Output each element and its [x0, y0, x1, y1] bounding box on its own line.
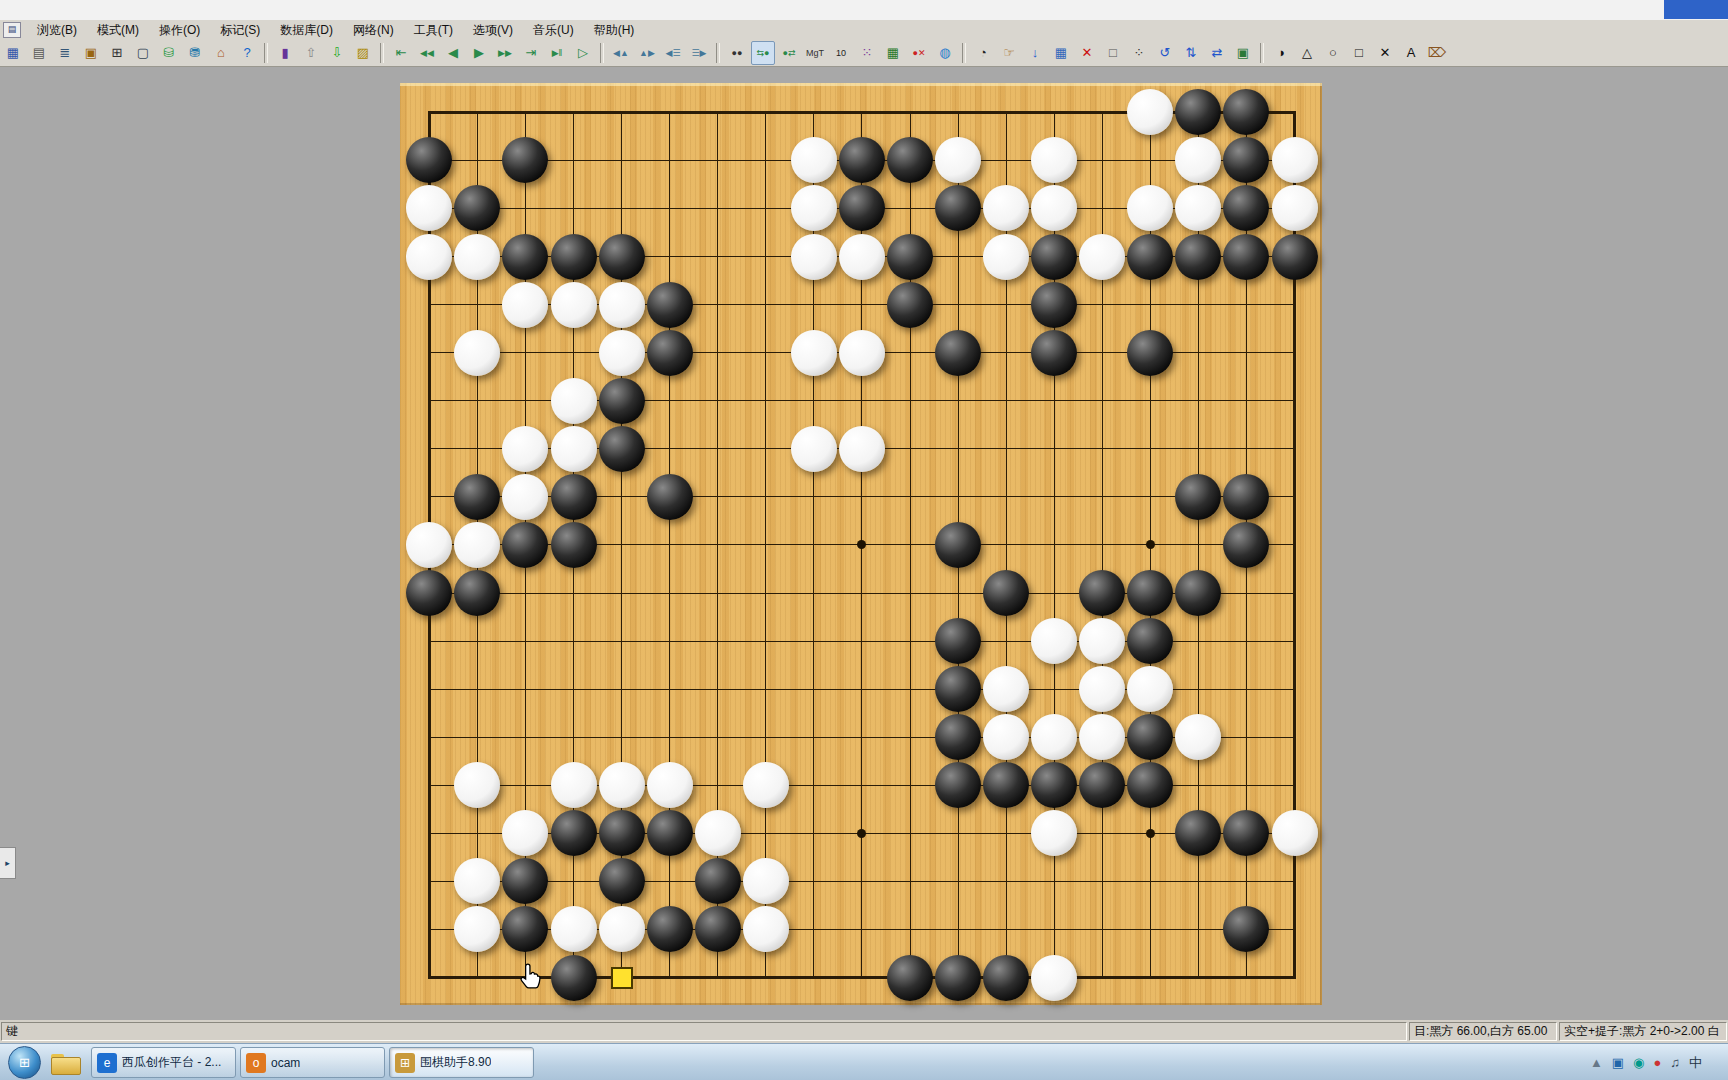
mouse-cursor [518, 962, 544, 992]
stone-black[interactable] [1175, 474, 1221, 520]
toolbar-separator [600, 43, 604, 63]
taskbar-button-0[interactable]: e西瓜创作平台 - 2... [91, 1047, 236, 1078]
last-move-button[interactable]: ⇥ [519, 41, 543, 65]
stone-black[interactable] [839, 185, 885, 231]
stone-black[interactable] [599, 234, 645, 280]
stone-black[interactable] [839, 137, 885, 183]
stone-black[interactable] [935, 762, 981, 808]
stone-black[interactable] [406, 570, 452, 616]
board-setup-button[interactable]: ▦ [881, 41, 905, 65]
stone-white[interactable] [1079, 714, 1125, 760]
menu-item-5[interactable]: 网络(N) [343, 20, 404, 41]
stone-white[interactable] [791, 185, 837, 231]
status-hint: 键 [1, 1022, 1407, 1041]
next-branch-button[interactable]: ▲▶ [635, 41, 659, 65]
stone-black[interactable] [935, 714, 981, 760]
stone-black[interactable] [551, 810, 597, 856]
stone-black[interactable] [935, 330, 981, 376]
book-button[interactable]: ▮ [273, 41, 297, 65]
stone-white[interactable] [839, 234, 885, 280]
stone-black[interactable] [1175, 234, 1221, 280]
stone-black[interactable] [502, 522, 548, 568]
stone-black[interactable] [1272, 234, 1318, 280]
stone-white[interactable] [502, 426, 548, 472]
stone-white[interactable] [1175, 714, 1221, 760]
language-chinese-icon[interactable]: 中 [1689, 1055, 1702, 1071]
prev-branch-button[interactable]: ◀▲ [609, 41, 633, 65]
image-button[interactable]: ▣ [79, 41, 103, 65]
mark-stone-button[interactable]: ◑ [1269, 41, 1293, 65]
mark-letter-button[interactable]: A [1399, 41, 1423, 65]
taskbar: ⊞ e西瓜创作平台 - 2...oocam⊞围棋助手8.90 ▲▣◉●♫中 [0, 1043, 1728, 1080]
menu-item-1[interactable]: 模式(M) [87, 20, 149, 41]
mark-cross-button[interactable]: ✕ [1373, 41, 1397, 65]
stone-white[interactable] [1272, 810, 1318, 856]
status-score: 实空+提子:黑方 2+0->2.00 白 [1559, 1022, 1727, 1041]
stone-white[interactable] [454, 234, 500, 280]
stone-white[interactable] [1031, 714, 1077, 760]
display-icon[interactable]: ▣ [1612, 1055, 1624, 1071]
start-button[interactable]: ⊞ [8, 1046, 41, 1079]
taskbar-button-icon: ⊞ [395, 1053, 415, 1073]
stone-white[interactable] [1079, 618, 1125, 664]
status-bar: 键 目:黑方 66.00,白方 65.00 实空+提子:黑方 2+0->2.00… [0, 1020, 1728, 1043]
stone-white[interactable] [743, 858, 789, 904]
stone-white[interactable] [695, 810, 741, 856]
star-point [857, 829, 866, 838]
toolbar-separator [962, 43, 966, 63]
stone-black[interactable] [1223, 810, 1269, 856]
drop-button[interactable]: ↓ [1023, 41, 1047, 65]
titlebar-fragment [1664, 0, 1728, 19]
taskbar-button-label: 西瓜创作平台 - 2... [122, 1054, 221, 1071]
status-territory: 目:黑方 66.00,白方 65.00 [1409, 1022, 1557, 1041]
stone-black[interactable] [599, 858, 645, 904]
screen-button[interactable]: ▢ [131, 41, 155, 65]
auto-play-button[interactable]: ▷ [571, 41, 595, 65]
print-button[interactable]: ▤ [27, 41, 51, 65]
stone-black[interactable] [695, 858, 741, 904]
menu-item-6[interactable]: 工具(T) [404, 20, 463, 41]
stone-black[interactable] [695, 906, 741, 952]
stone-black[interactable] [983, 570, 1029, 616]
music-icon[interactable]: ♫ [1670, 1055, 1680, 1071]
stone-black[interactable] [887, 282, 933, 328]
go-board[interactable] [400, 83, 1322, 1005]
stone-black[interactable] [1031, 330, 1077, 376]
fast-backward-button[interactable]: ◀◀ [415, 41, 439, 65]
stone-white[interactable] [551, 282, 597, 328]
fast-forward-button[interactable]: ▶▶ [493, 41, 517, 65]
stone-white[interactable] [791, 137, 837, 183]
stone-white[interactable] [454, 858, 500, 904]
stone-black[interactable] [599, 810, 645, 856]
last-move-marker [611, 967, 633, 989]
stone-white[interactable] [647, 762, 693, 808]
stone-white[interactable] [1127, 185, 1173, 231]
stone-black[interactable] [1127, 762, 1173, 808]
stone-black[interactable] [551, 474, 597, 520]
stone-white[interactable] [502, 474, 548, 520]
grid-button[interactable]: ⊞ [105, 41, 129, 65]
star-point [1146, 829, 1155, 838]
game-tree-button[interactable]: ⁙ [855, 41, 879, 65]
windows-button[interactable]: ▣ [1231, 41, 1255, 65]
snapshot-button[interactable]: ▨ [351, 41, 375, 65]
document-button[interactable]: ≣ [53, 41, 77, 65]
stone-white[interactable] [454, 906, 500, 952]
stone-white[interactable] [1127, 89, 1173, 135]
move-numbers-button[interactable]: 10 [829, 41, 853, 65]
stone-white[interactable] [983, 714, 1029, 760]
stone-black[interactable] [599, 378, 645, 424]
stone-black[interactable] [887, 234, 933, 280]
stone-black[interactable] [1127, 234, 1173, 280]
stone-black[interactable] [1079, 570, 1125, 616]
delete-button[interactable]: ✕ [1075, 41, 1099, 65]
hand-tool-button[interactable]: ☞ [997, 41, 1021, 65]
move-up-button[interactable]: ⇧ [299, 41, 323, 65]
explorer-button[interactable] [51, 1051, 81, 1075]
stone-black[interactable] [935, 666, 981, 712]
stone-white[interactable] [599, 330, 645, 376]
stone-white[interactable] [935, 137, 981, 183]
stone-black[interactable] [502, 906, 548, 952]
pattern-search-button[interactable]: ⁘ [1127, 41, 1151, 65]
stone-white[interactable] [1031, 955, 1077, 1001]
stone-black[interactable] [1223, 137, 1269, 183]
menu-item-0[interactable]: 浏览(B) [27, 20, 87, 41]
stone-black[interactable] [599, 426, 645, 472]
home-button[interactable]: ⌂ [209, 41, 233, 65]
try-variation-button[interactable]: ●⇄ [777, 41, 801, 65]
stone-black[interactable] [502, 234, 548, 280]
toolbar-separator [264, 43, 268, 63]
toolbar: ▦▤≣▣⊞▢⛁⛃⌂?▮⇧⇩▨⇤◀◀◀▶▶▶⇥▶‖▷◀▲▲▶◀☰☰▶●●⇆●●⇄M… [0, 40, 1728, 67]
stone-white[interactable] [1031, 618, 1077, 664]
taskbar-button-1[interactable]: oocam [240, 1047, 385, 1078]
grid-line-horizontal [428, 881, 1295, 882]
stone-white[interactable] [454, 762, 500, 808]
stone-black[interactable] [406, 137, 452, 183]
messenger-icon[interactable]: ◉ [1633, 1055, 1644, 1071]
move-down-button[interactable]: ⇩ [325, 41, 349, 65]
stone-black[interactable] [1223, 234, 1269, 280]
stone-black[interactable] [1223, 474, 1269, 520]
stone-white[interactable] [551, 762, 597, 808]
stone-white[interactable] [983, 234, 1029, 280]
database-refresh-button[interactable]: ⛃ [183, 41, 207, 65]
swap-vertical-button[interactable]: ⇅ [1179, 41, 1203, 65]
stone-white[interactable] [551, 426, 597, 472]
mark-triangle-button[interactable]: △ [1295, 41, 1319, 65]
menu-item-4[interactable]: 数据库(D) [270, 20, 343, 41]
edit-stones-button[interactable]: ●● [725, 41, 749, 65]
mark-circle-button[interactable]: ○ [1321, 41, 1345, 65]
taskbar-button-icon: o [246, 1053, 266, 1073]
taskbar-button-label: ocam [271, 1056, 300, 1070]
stone-white[interactable] [551, 906, 597, 952]
desktop: ▤ 浏览(B)模式(M)操作(O)标记(S)数据库(D)网络(N)工具(T)选项… [0, 0, 1728, 1080]
stone-white[interactable] [454, 330, 500, 376]
stone-black[interactable] [1127, 570, 1173, 616]
stone-black[interactable] [551, 234, 597, 280]
stone-black[interactable] [502, 137, 548, 183]
side-panel-handle[interactable]: ▸ [0, 847, 16, 879]
stone-black[interactable] [454, 474, 500, 520]
stone-black[interactable] [647, 474, 693, 520]
stone-white[interactable] [406, 522, 452, 568]
stone-black[interactable] [1223, 185, 1269, 231]
prev-game-button[interactable]: ◀☰ [661, 41, 685, 65]
stone-white[interactable] [1031, 810, 1077, 856]
stone-white[interactable] [791, 426, 837, 472]
stone-white[interactable] [502, 282, 548, 328]
stone-black[interactable] [1031, 234, 1077, 280]
stone-white[interactable] [1175, 185, 1221, 231]
stone-black[interactable] [935, 185, 981, 231]
show-hidden-icon[interactable]: ▲ [1590, 1055, 1603, 1071]
mark-square-button[interactable]: □ [1347, 41, 1371, 65]
app-icon: ▤ [3, 22, 21, 38]
engine-button[interactable]: ◍ [933, 41, 957, 65]
stone-black[interactable] [983, 955, 1029, 1001]
stone-white[interactable] [1272, 137, 1318, 183]
stone-white[interactable] [743, 906, 789, 952]
stone-black[interactable] [887, 137, 933, 183]
toolbar-separator [716, 43, 720, 63]
play-mode-button[interactable]: ⇆● [751, 41, 775, 65]
select-region-button[interactable]: □ [1101, 41, 1125, 65]
menu-item-3[interactable]: 标记(S) [210, 20, 270, 41]
stone-black[interactable] [647, 810, 693, 856]
toolbar-separator [1260, 43, 1264, 63]
stone-white[interactable] [839, 330, 885, 376]
taskbar-button-icon: e [97, 1053, 117, 1073]
system-tray: ▲▣◉●♫中 [1590, 1055, 1728, 1071]
stone-black[interactable] [647, 906, 693, 952]
menu-item-7[interactable]: 选项(V) [463, 20, 523, 41]
stone-black[interactable] [1175, 570, 1221, 616]
to-game-end-button[interactable]: ▶‖ [545, 41, 569, 65]
stone-white[interactable] [1079, 666, 1125, 712]
stone-white[interactable] [1175, 137, 1221, 183]
first-move-button[interactable]: ⇤ [389, 41, 413, 65]
stone-black[interactable] [1223, 89, 1269, 135]
mgt-format-button[interactable]: MgT [803, 41, 827, 65]
stone-black[interactable] [1127, 714, 1173, 760]
stone-black[interactable] [502, 858, 548, 904]
stone-white[interactable] [1272, 185, 1318, 231]
stone-black[interactable] [1079, 762, 1125, 808]
mark-erase-button[interactable]: ⌦ [1425, 41, 1449, 65]
stone-white[interactable] [1127, 666, 1173, 712]
menu-item-9[interactable]: 帮助(H) [584, 20, 645, 41]
stone-white[interactable] [791, 330, 837, 376]
next-game-button[interactable]: ☰▶ [687, 41, 711, 65]
stone-white[interactable] [599, 282, 645, 328]
stone-black[interactable] [1175, 89, 1221, 135]
count-button[interactable]: ▦ [1049, 41, 1073, 65]
stone-white[interactable] [983, 666, 1029, 712]
stone-black[interactable] [935, 522, 981, 568]
stone-black[interactable] [887, 955, 933, 1001]
menu-bar: ▤ 浏览(B)模式(M)操作(O)标记(S)数据库(D)网络(N)工具(T)选项… [0, 20, 1728, 41]
stone-white[interactable] [743, 762, 789, 808]
stone-black[interactable] [454, 185, 500, 231]
stone-white[interactable] [551, 378, 597, 424]
stone-black[interactable] [1175, 810, 1221, 856]
taskbar-button-2[interactable]: ⊞围棋助手8.90 [389, 1047, 534, 1078]
back-button[interactable]: ◀ [441, 41, 465, 65]
clear-stones-button[interactable]: ●✕ [907, 41, 931, 65]
stone-black[interactable] [1223, 522, 1269, 568]
stone-black[interactable] [1223, 906, 1269, 952]
taskbar-button-label: 围棋助手8.90 [420, 1054, 491, 1071]
stone-black[interactable] [1031, 762, 1077, 808]
stone-black[interactable] [935, 955, 981, 1001]
stone-black[interactable] [647, 330, 693, 376]
undo-button[interactable]: ↺ [1153, 41, 1177, 65]
forward-button[interactable]: ▶ [467, 41, 491, 65]
stone-black[interactable] [647, 282, 693, 328]
star-point [857, 540, 866, 549]
star-point [1146, 540, 1155, 549]
stone-white[interactable] [1031, 137, 1077, 183]
stone-black[interactable] [551, 955, 597, 1001]
swap-horizontal-button[interactable]: ⇄ [1205, 41, 1229, 65]
stone-white[interactable] [983, 185, 1029, 231]
stone-black[interactable] [1127, 618, 1173, 664]
stone-black[interactable] [454, 570, 500, 616]
stone-white[interactable] [839, 426, 885, 472]
stone-black[interactable] [1031, 282, 1077, 328]
stone-white[interactable] [791, 234, 837, 280]
help-button[interactable]: ? [235, 41, 259, 65]
stone-white[interactable] [502, 810, 548, 856]
stone-white[interactable] [1079, 234, 1125, 280]
stone-white[interactable] [406, 234, 452, 280]
stone-black[interactable] [935, 618, 981, 664]
stone-white[interactable] [1031, 185, 1077, 231]
security-icon[interactable]: ● [1653, 1055, 1661, 1071]
stone-white[interactable] [406, 185, 452, 231]
save-button[interactable]: ▦ [1, 41, 25, 65]
stone-white[interactable] [599, 762, 645, 808]
menu-item-8[interactable]: 音乐(U) [523, 20, 584, 41]
menu-item-2[interactable]: 操作(O) [149, 20, 210, 41]
stone-white[interactable] [454, 522, 500, 568]
stone-black[interactable] [1127, 330, 1173, 376]
stone-black[interactable] [551, 522, 597, 568]
title-bar [0, 0, 1728, 21]
influence-button[interactable]: ◔ [971, 41, 995, 65]
stone-white[interactable] [599, 906, 645, 952]
database-export-button[interactable]: ⛁ [157, 41, 181, 65]
toolbar-separator [380, 43, 384, 63]
stone-black[interactable] [983, 762, 1029, 808]
